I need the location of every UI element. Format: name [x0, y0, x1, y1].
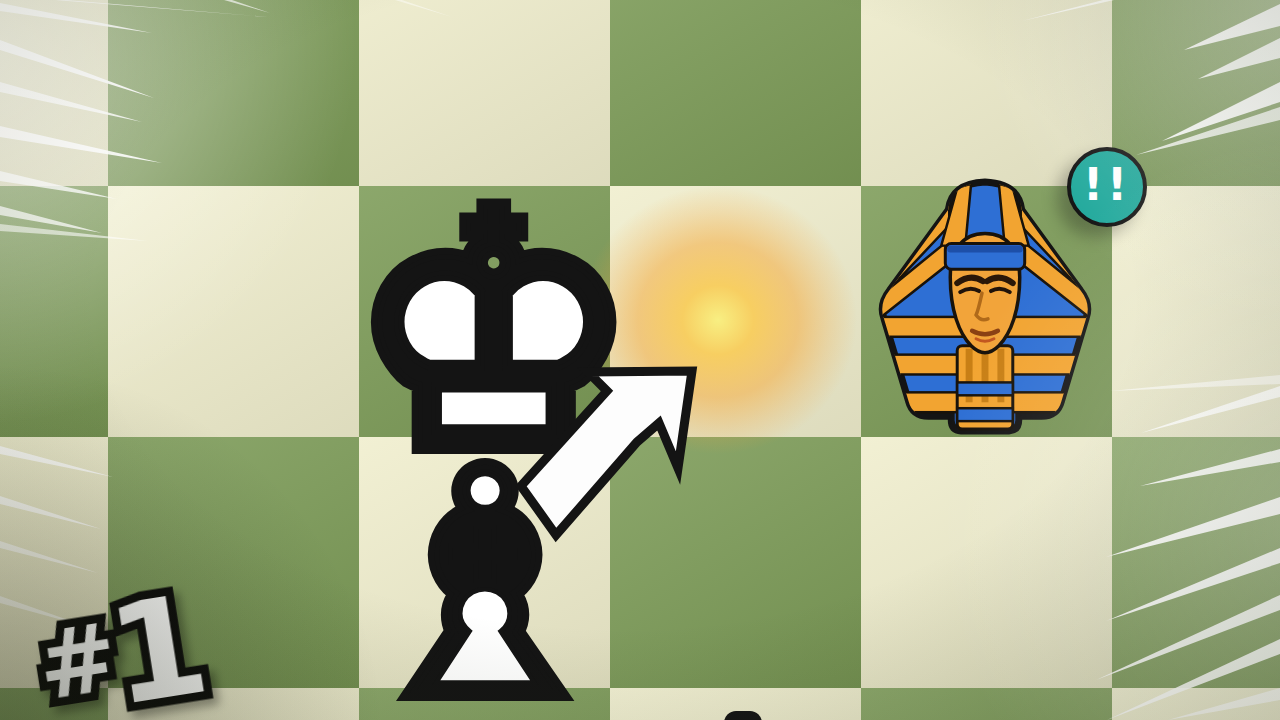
- square-r0c1[interactable]: [108, 0, 359, 186]
- brilliant-badge: !!: [1067, 147, 1147, 227]
- square-r0c5[interactable]: [1112, 0, 1280, 186]
- pharaoh-piece[interactable]: [862, 172, 1108, 438]
- square-r1c5[interactable]: [1112, 186, 1280, 437]
- square-r1c3[interactable]: [610, 186, 861, 437]
- square-r2c5[interactable]: [1112, 437, 1280, 688]
- square-r1c0[interactable]: [0, 186, 108, 437]
- pharaoh-neck: [957, 346, 1013, 429]
- bottom-edge-piece: [724, 711, 762, 720]
- rank-label-fill: #1: [26, 564, 212, 720]
- square-r0c3[interactable]: [610, 0, 861, 186]
- rank-label: #1 #1: [26, 564, 212, 720]
- brilliant-badge-text: !!: [1083, 159, 1131, 210]
- bishop-detail-layer: ♗: [347, 432, 623, 720]
- square-r0c4[interactable]: [861, 0, 1112, 186]
- square-r3c5[interactable]: [1112, 688, 1280, 720]
- square-r2c4[interactable]: [861, 437, 1112, 688]
- square-r1c1[interactable]: [108, 186, 359, 437]
- white-king[interactable]: ♚ ♚ ♔: [348, 170, 618, 440]
- square-r2c3[interactable]: [610, 437, 861, 688]
- square-r3c4[interactable]: [861, 688, 1112, 720]
- white-bishop[interactable]: ♝ ♝ ♗: [347, 432, 617, 702]
- thumbnail-stage: ♚ ♚ ♔ ♝ ♝ ♗: [0, 0, 1280, 720]
- square-r0c0[interactable]: [0, 0, 108, 186]
